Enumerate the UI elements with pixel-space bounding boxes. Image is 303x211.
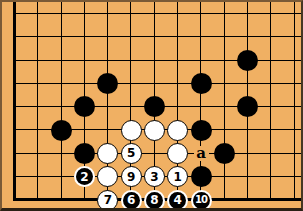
- move-number: 10: [195, 195, 207, 205]
- intersection-c4r9: [73, 188, 96, 211]
- intersection-c2r6: [26, 118, 49, 141]
- point-label-a: a: [194, 146, 209, 161]
- intersection-c9r6: [189, 118, 212, 141]
- intersection-c6r7: 5: [119, 142, 142, 165]
- move-number: 5: [127, 147, 135, 159]
- black-stone: [51, 120, 72, 141]
- white-stone: [144, 120, 165, 141]
- intersection-c9r7: a: [189, 142, 212, 165]
- move-number: 8: [150, 194, 158, 206]
- intersection-c7r1: [143, 2, 166, 25]
- intersection-c10r4: [213, 72, 236, 95]
- intersection-c13r3: [283, 49, 303, 72]
- intersection-c7r9: 8: [143, 188, 166, 211]
- intersection-c10r5: [213, 95, 236, 118]
- intersection-c5r8: [96, 165, 119, 188]
- intersection-c13r6: [283, 118, 303, 141]
- intersection-c4r2: [73, 25, 96, 48]
- intersection-c6r9: 6: [119, 188, 142, 211]
- intersection-c4r6: [73, 118, 96, 141]
- intersection-c8r2: [166, 25, 189, 48]
- intersection-c5r6: [96, 118, 119, 141]
- black-stone: [191, 120, 212, 141]
- intersection-c2r4: [26, 72, 49, 95]
- intersection-c12r2: [259, 25, 282, 48]
- black-stone: [214, 143, 235, 164]
- intersection-c1r2: [3, 25, 26, 48]
- intersection-c13r8: [283, 165, 303, 188]
- intersection-c12r4: [259, 72, 282, 95]
- move-6-black-stone: 6: [123, 192, 140, 209]
- intersection-c9r9: 10: [189, 188, 212, 211]
- intersection-c9r4: [189, 72, 212, 95]
- intersection-c3r2: [50, 25, 73, 48]
- intersection-c6r5: [119, 95, 142, 118]
- intersection-c5r9: 7: [96, 188, 119, 211]
- white-stone: [167, 120, 188, 141]
- intersection-c4r8: 2: [73, 165, 96, 188]
- intersection-c1r7: [3, 142, 26, 165]
- move-10-black-stone: 10: [193, 192, 210, 209]
- intersection-c3r6: [50, 118, 73, 141]
- intersection-c10r8: [213, 165, 236, 188]
- intersection-c11r6: [236, 118, 259, 141]
- intersection-c7r6: [143, 118, 166, 141]
- move-2-black-stone: 2: [76, 168, 93, 185]
- intersection-c4r5: [73, 95, 96, 118]
- white-stone: [97, 143, 118, 164]
- intersection-c8r5: [166, 95, 189, 118]
- intersection-c11r3: [236, 49, 259, 72]
- intersection-c1r6: [3, 118, 26, 141]
- intersection-c5r2: [96, 25, 119, 48]
- intersection-c6r3: [119, 49, 142, 72]
- intersection-c4r7: [73, 142, 96, 165]
- intersection-c3r8: [50, 165, 73, 188]
- intersection-c10r1: [213, 2, 236, 25]
- black-stone: [191, 166, 212, 187]
- intersection-c13r9: [283, 188, 303, 211]
- intersection-c2r9: [26, 188, 49, 211]
- move-5-white-stone: 5: [121, 143, 142, 164]
- white-stone: [167, 143, 188, 164]
- intersection-c6r8: 9: [119, 165, 142, 188]
- intersection-c5r3: [96, 49, 119, 72]
- intersection-c1r3: [3, 49, 26, 72]
- move-3-white-stone: 3: [144, 166, 165, 187]
- intersection-c9r3: [189, 49, 212, 72]
- intersection-c9r1: [189, 2, 212, 25]
- intersection-c5r1: [96, 2, 119, 25]
- intersection-c7r4: [143, 72, 166, 95]
- intersection-c9r5: [189, 95, 212, 118]
- intersection-c8r6: [166, 118, 189, 141]
- intersection-c9r8: [189, 165, 212, 188]
- intersection-c6r1: [119, 2, 142, 25]
- black-stone: [144, 96, 165, 117]
- intersection-c12r6: [259, 118, 282, 141]
- intersection-c7r3: [143, 49, 166, 72]
- intersection-c11r2: [236, 25, 259, 48]
- intersection-c10r9: [213, 188, 236, 211]
- intersection-c2r8: [26, 165, 49, 188]
- intersection-c9r2: [189, 25, 212, 48]
- move-number: 2: [80, 170, 88, 182]
- intersection-c4r3: [73, 49, 96, 72]
- intersection-c10r7: [213, 142, 236, 165]
- go-diagram-image: 5a2931768410: [0, 0, 303, 211]
- intersection-c10r3: [213, 49, 236, 72]
- go-board: 5a2931768410: [3, 2, 303, 211]
- intersection-c8r3: [166, 49, 189, 72]
- intersection-c11r1: [236, 2, 259, 25]
- intersection-c5r7: [96, 142, 119, 165]
- black-stone: [74, 143, 95, 164]
- intersection-c11r9: [236, 188, 259, 211]
- move-1-white-stone: 1: [167, 166, 188, 187]
- intersection-c12r3: [259, 49, 282, 72]
- intersection-c2r5: [26, 95, 49, 118]
- intersection-c13r2: [283, 25, 303, 48]
- intersection-c3r5: [50, 95, 73, 118]
- move-9-white-stone: 9: [121, 166, 142, 187]
- intersection-c8r1: [166, 2, 189, 25]
- intersection-c12r7: [259, 142, 282, 165]
- intersection-c6r4: [119, 72, 142, 95]
- intersection-c1r1: [3, 2, 26, 25]
- intersection-c11r5: [236, 95, 259, 118]
- intersection-c13r5: [283, 95, 303, 118]
- white-stone: [121, 120, 142, 141]
- white-stone: [97, 166, 118, 187]
- intersection-c4r1: [73, 2, 96, 25]
- intersection-c13r7: [283, 142, 303, 165]
- intersection-c7r5: [143, 95, 166, 118]
- intersection-c1r5: [3, 95, 26, 118]
- move-number: 3: [150, 170, 158, 182]
- move-number: 4: [174, 194, 182, 206]
- intersection-c5r5: [96, 95, 119, 118]
- intersection-c2r7: [26, 142, 49, 165]
- intersection-c1r9: [3, 188, 26, 211]
- black-stone: [97, 73, 118, 94]
- intersection-c8r8: 1: [166, 165, 189, 188]
- intersection-c8r7: [166, 142, 189, 165]
- intersection-c2r2: [26, 25, 49, 48]
- intersection-c6r2: [119, 25, 142, 48]
- intersection-c10r6: [213, 118, 236, 141]
- move-8-black-stone: 8: [146, 192, 163, 209]
- move-7-white-stone: 7: [97, 190, 118, 211]
- intersection-c2r1: [26, 2, 49, 25]
- intersection-c3r3: [50, 49, 73, 72]
- intersection-c12r8: [259, 165, 282, 188]
- move-number: 6: [127, 194, 135, 206]
- intersection-c13r4: [283, 72, 303, 95]
- intersection-c1r8: [3, 165, 26, 188]
- intersection-c7r8: 3: [143, 165, 166, 188]
- black-stone: [237, 50, 258, 71]
- black-stone: [191, 73, 212, 94]
- intersection-c10r2: [213, 25, 236, 48]
- black-stone: [237, 96, 258, 117]
- intersection-c3r4: [50, 72, 73, 95]
- intersection-c5r4: [96, 72, 119, 95]
- intersection-c7r2: [143, 25, 166, 48]
- intersection-c3r9: [50, 188, 73, 211]
- intersection-c2r3: [26, 49, 49, 72]
- intersection-c12r5: [259, 95, 282, 118]
- intersection-c8r4: [166, 72, 189, 95]
- intersection-c7r7: [143, 142, 166, 165]
- move-number: 7: [104, 194, 112, 206]
- intersection-c11r4: [236, 72, 259, 95]
- intersection-c4r4: [73, 72, 96, 95]
- intersection-c13r1: [283, 2, 303, 25]
- intersection-c11r8: [236, 165, 259, 188]
- intersection-c3r1: [50, 2, 73, 25]
- intersection-c12r9: [259, 188, 282, 211]
- intersection-c6r6: [119, 118, 142, 141]
- intersection-c12r1: [259, 2, 282, 25]
- move-number: 9: [127, 170, 135, 182]
- black-stone: [74, 96, 95, 117]
- intersection-c8r9: 4: [166, 188, 189, 211]
- move-number: 1: [174, 170, 182, 182]
- move-4-black-stone: 4: [169, 192, 186, 209]
- intersection-c11r7: [236, 142, 259, 165]
- intersection-c3r7: [50, 142, 73, 165]
- intersection-c1r4: [3, 72, 26, 95]
